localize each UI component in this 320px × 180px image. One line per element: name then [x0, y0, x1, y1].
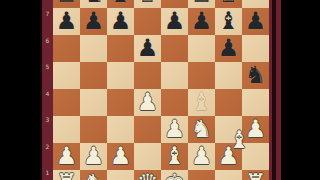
square-a4[interactable] [53, 89, 80, 116]
frame-right-inner-line [272, 0, 276, 180]
square-b5[interactable] [80, 62, 107, 89]
square-a6[interactable] [53, 35, 80, 62]
piece-white-pawn-f2[interactable]: ♟ [188, 143, 215, 170]
rank-label-5: 5 [44, 63, 51, 70]
square-d5[interactable] [134, 62, 161, 89]
ghost-piece-white-bishop-f4: ♝ [188, 89, 215, 116]
piece-white-pawn-d4[interactable]: ♟ [134, 89, 161, 116]
square-b4[interactable] [80, 89, 107, 116]
piece-white-pawn-a2[interactable]: ♟ [53, 143, 80, 170]
frame-left-edge-line [40, 0, 42, 180]
moving-piece-white-bishop[interactable]: ♝ [226, 127, 253, 154]
rank-label-4: 4 [44, 90, 51, 97]
piece-white-pawn-b2[interactable]: ♟ [80, 143, 107, 170]
piece-white-rook-h1[interactable]: ♜ [242, 170, 269, 180]
square-b6[interactable] [80, 35, 107, 62]
square-f1[interactable] [188, 170, 215, 180]
rank-label-2: 2 [44, 143, 51, 150]
piece-white-knight-b1[interactable]: ♞ [80, 170, 107, 180]
piece-white-king-e1[interactable]: ♚ [161, 170, 188, 180]
square-c3[interactable] [107, 116, 134, 143]
square-h6[interactable] [242, 35, 269, 62]
piece-white-rook-a1[interactable]: ♜ [53, 170, 80, 180]
piece-black-pawn-b7[interactable]: ♟ [80, 8, 107, 35]
square-f6[interactable] [188, 35, 215, 62]
piece-white-bishop-e2[interactable]: ♝ [161, 143, 188, 170]
rank-label-6: 6 [44, 37, 51, 44]
piece-black-pawn-e7[interactable]: ♟ [161, 8, 188, 35]
square-d2[interactable] [134, 143, 161, 170]
rank-label-3: 3 [44, 116, 51, 123]
square-a3[interactable] [53, 116, 80, 143]
chess-board[interactable]: ♜♞♝♛♜♚♟♟♟♟♟♝♟♟♟♞♟♟♞♟♟♟♟♝♟♟♜♞♛♚♜♝♝ [53, 0, 269, 180]
piece-black-bishop-g7[interactable]: ♝ [215, 8, 242, 35]
piece-white-pawn-e3[interactable]: ♟ [161, 116, 188, 143]
square-c6[interactable] [107, 35, 134, 62]
square-g4[interactable] [215, 89, 242, 116]
letterbox-left [0, 0, 40, 180]
square-d3[interactable] [134, 116, 161, 143]
piece-black-pawn-d6[interactable]: ♟ [134, 35, 161, 62]
square-a5[interactable] [53, 62, 80, 89]
square-c1[interactable] [107, 170, 134, 180]
piece-black-knight-h5[interactable]: ♞ [242, 62, 269, 89]
square-e6[interactable] [161, 35, 188, 62]
square-g5[interactable] [215, 62, 242, 89]
board-frame: ♜♞♝♛♜♚♟♟♟♟♟♝♟♟♟♞♟♟♞♟♟♟♟♝♟♟♜♞♛♚♜♝♝ 765432… [40, 0, 281, 180]
square-d7[interactable] [134, 8, 161, 35]
piece-black-pawn-g6[interactable]: ♟ [215, 35, 242, 62]
piece-black-queen-d8[interactable]: ♛ [134, 0, 161, 8]
rank-label-1: 1 [44, 169, 51, 176]
video-frame: ♜♞♝♛♜♚♟♟♟♟♟♝♟♟♟♞♟♟♞♟♟♟♟♝♟♟♜♞♛♚♜♝♝ 765432… [0, 0, 320, 180]
square-e4[interactable] [161, 89, 188, 116]
piece-black-pawn-h7[interactable]: ♟ [242, 8, 269, 35]
piece-black-pawn-f7[interactable]: ♟ [188, 8, 215, 35]
piece-black-pawn-a7[interactable]: ♟ [53, 8, 80, 35]
piece-black-pawn-c7[interactable]: ♟ [107, 8, 134, 35]
letterbox-right [281, 0, 320, 180]
piece-white-queen-d1[interactable]: ♛ [134, 170, 161, 180]
rank-label-7: 7 [44, 10, 51, 17]
piece-white-pawn-c2[interactable]: ♟ [107, 143, 134, 170]
square-e5[interactable] [161, 62, 188, 89]
piece-white-knight-f3[interactable]: ♞ [188, 116, 215, 143]
square-c4[interactable] [107, 89, 134, 116]
square-h4[interactable] [242, 89, 269, 116]
square-c5[interactable] [107, 62, 134, 89]
square-g1[interactable] [215, 170, 242, 180]
square-b3[interactable] [80, 116, 107, 143]
square-f5[interactable] [188, 62, 215, 89]
